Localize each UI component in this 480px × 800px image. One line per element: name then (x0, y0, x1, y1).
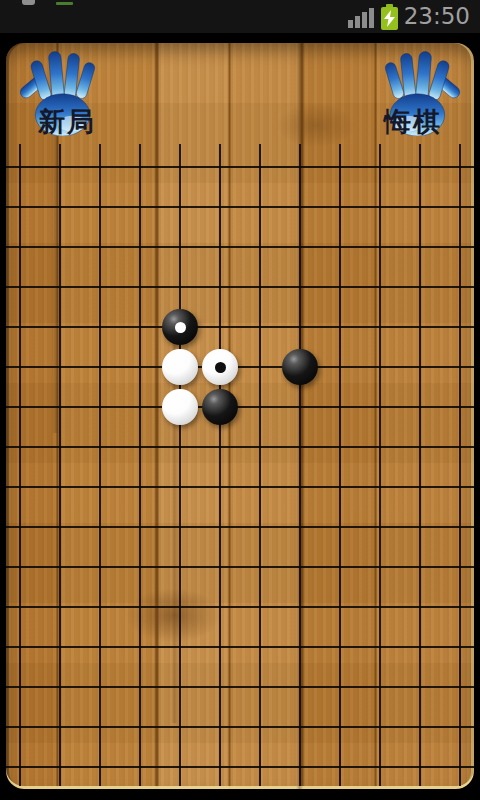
board-cell[interactable] (240, 747, 280, 787)
board-cell[interactable] (200, 627, 240, 667)
board-cell[interactable] (280, 507, 320, 547)
board-cell[interactable] (200, 267, 240, 307)
board-cell[interactable] (320, 267, 360, 307)
board-cell[interactable] (80, 547, 120, 587)
battery-body (381, 7, 398, 30)
board-cell[interactable] (200, 227, 240, 267)
board-cell[interactable] (400, 307, 440, 347)
board-cell[interactable] (280, 667, 320, 707)
board-cell[interactable] (320, 587, 360, 627)
board-cell[interactable] (160, 547, 200, 587)
board-cell[interactable] (160, 307, 200, 347)
board-cell[interactable] (440, 747, 474, 787)
board-cell[interactable] (280, 307, 320, 347)
signal-strength-icon (348, 7, 375, 28)
board-cell[interactable] (320, 307, 360, 347)
board-cell[interactable] (360, 627, 400, 667)
board-cell[interactable] (160, 427, 200, 467)
board-cell[interactable] (400, 267, 440, 307)
board-cell[interactable] (6, 587, 40, 627)
board-cell[interactable] (40, 707, 80, 747)
board-cell[interactable] (160, 507, 200, 547)
new-game-button[interactable]: 新局 (16, 48, 118, 136)
board-cell[interactable] (40, 347, 80, 387)
board-cell[interactable] (200, 547, 240, 587)
board-cell[interactable] (240, 587, 280, 627)
board-cell[interactable] (440, 387, 474, 427)
board-cell[interactable] (160, 227, 200, 267)
board-cell[interactable] (120, 547, 160, 587)
board-cell[interactable] (80, 307, 120, 347)
board-cell[interactable] (440, 347, 474, 387)
board-cell[interactable] (280, 387, 320, 427)
board-cell[interactable] (120, 307, 160, 347)
app-screen: 23:50 (0, 0, 480, 800)
board-cell[interactable] (160, 587, 200, 627)
board-cell[interactable] (120, 227, 160, 267)
board-cell[interactable] (320, 227, 360, 267)
board-cell[interactable] (6, 507, 40, 547)
board-cell[interactable] (280, 187, 320, 227)
wood-knot (276, 103, 356, 148)
board-cell[interactable] (80, 707, 120, 747)
board-cell[interactable] (160, 267, 200, 307)
board-cell[interactable] (160, 147, 200, 187)
board-cell[interactable] (120, 707, 160, 747)
board-cell[interactable] (320, 507, 360, 547)
board-cell[interactable] (440, 227, 474, 267)
board-cell[interactable] (200, 507, 240, 547)
board-cell[interactable] (80, 747, 120, 787)
board-cell[interactable] (200, 387, 240, 427)
board-grid (6, 147, 474, 787)
board-cell[interactable] (120, 467, 160, 507)
board-cell[interactable] (80, 467, 120, 507)
board-cell[interactable] (240, 267, 280, 307)
black-stone (282, 349, 318, 385)
board-cell[interactable] (240, 667, 280, 707)
board-cell[interactable] (120, 507, 160, 547)
board-cell[interactable] (6, 747, 40, 787)
board-cell[interactable] (6, 707, 40, 747)
board-cell[interactable] (240, 187, 280, 227)
board-cell[interactable] (360, 467, 400, 507)
board-cell[interactable] (400, 547, 440, 587)
board-cell[interactable] (320, 427, 360, 467)
board-cell[interactable] (120, 627, 160, 667)
board-cell[interactable] (6, 187, 40, 227)
board-cell[interactable] (80, 187, 120, 227)
board-cell[interactable] (240, 627, 280, 667)
board-cell[interactable] (6, 427, 40, 467)
board-cell[interactable] (280, 587, 320, 627)
board-cell[interactable] (360, 147, 400, 187)
board-cell[interactable] (120, 667, 160, 707)
board-cell[interactable] (200, 147, 240, 187)
board-cell[interactable] (400, 627, 440, 667)
board-cell[interactable] (200, 427, 240, 467)
black-stone (162, 309, 198, 345)
board-cell[interactable] (40, 627, 80, 667)
last-move-marker (175, 322, 186, 333)
board-cell[interactable] (240, 507, 280, 547)
board-cell[interactable] (440, 147, 474, 187)
board-cell[interactable] (360, 347, 400, 387)
board-cell[interactable] (440, 187, 474, 227)
board-cell[interactable] (400, 227, 440, 267)
board-cell[interactable] (320, 667, 360, 707)
board-cell[interactable] (6, 547, 40, 587)
board-cell[interactable] (400, 467, 440, 507)
board-cell[interactable] (400, 427, 440, 467)
board-cell[interactable] (80, 427, 120, 467)
black-stone (202, 389, 238, 425)
new-game-label: 新局 (16, 104, 118, 140)
board-cell[interactable] (40, 427, 80, 467)
board-cell[interactable] (360, 587, 400, 627)
status-bar: 23:50 (0, 0, 480, 33)
board-cell[interactable] (240, 387, 280, 427)
notification-icon-fragment-green (56, 2, 73, 5)
board-cell[interactable] (240, 547, 280, 587)
board-cell[interactable] (400, 387, 440, 427)
board-cell[interactable] (40, 467, 80, 507)
board-cell[interactable] (280, 147, 320, 187)
board-cell[interactable] (280, 427, 320, 467)
board-cell[interactable] (120, 187, 160, 227)
board-cell[interactable] (200, 707, 240, 747)
board-cell[interactable] (120, 347, 160, 387)
board-cell[interactable] (320, 627, 360, 667)
board-cell[interactable] (80, 627, 120, 667)
board-cell[interactable] (160, 747, 200, 787)
game-board[interactable]: 新局 (6, 43, 474, 789)
board-cell[interactable] (320, 147, 360, 187)
board-cell[interactable] (360, 387, 400, 427)
undo-button[interactable]: 悔棋 (362, 48, 464, 136)
board-cell[interactable] (40, 747, 80, 787)
board-cell[interactable] (80, 267, 120, 307)
board-cell[interactable] (400, 667, 440, 707)
white-stone (162, 389, 198, 425)
status-clock: 23:50 (404, 0, 470, 33)
board-cell[interactable] (40, 507, 80, 547)
board-cell[interactable] (440, 547, 474, 587)
board-cell[interactable] (400, 587, 440, 627)
board-cell[interactable] (360, 707, 400, 747)
white-stone (202, 349, 238, 385)
board-cell[interactable] (40, 387, 80, 427)
board-cell[interactable] (240, 467, 280, 507)
board-cell[interactable] (320, 547, 360, 587)
board-cell[interactable] (320, 707, 360, 747)
board-cell[interactable] (240, 707, 280, 747)
board-cell[interactable] (360, 547, 400, 587)
white-stone (162, 349, 198, 385)
board-cell[interactable] (40, 187, 80, 227)
board-cell[interactable] (160, 667, 200, 707)
board-cell[interactable] (160, 707, 200, 747)
board-cell[interactable] (440, 627, 474, 667)
board-cell[interactable] (6, 467, 40, 507)
board-cell[interactable] (6, 307, 40, 347)
board-cell[interactable] (120, 387, 160, 427)
board-cell[interactable] (240, 147, 280, 187)
board-cell[interactable] (200, 187, 240, 227)
board-cell[interactable] (440, 667, 474, 707)
board-cell[interactable] (240, 227, 280, 267)
board-cell[interactable] (40, 307, 80, 347)
board-cell[interactable] (280, 227, 320, 267)
last-move-marker (215, 362, 226, 373)
board-cell[interactable] (80, 147, 120, 187)
board-cell[interactable] (80, 507, 120, 547)
board-cell[interactable] (40, 227, 80, 267)
board-cell[interactable] (40, 147, 80, 187)
board-cell[interactable] (360, 267, 400, 307)
board-cell[interactable] (160, 627, 200, 667)
board-cell[interactable] (320, 187, 360, 227)
board-cell[interactable] (360, 667, 400, 707)
undo-label: 悔棋 (362, 104, 464, 140)
board-cell[interactable] (6, 627, 40, 667)
board-cell[interactable] (120, 147, 160, 187)
board-cell[interactable] (200, 467, 240, 507)
board-cell[interactable] (240, 307, 280, 347)
board-cell[interactable] (6, 667, 40, 707)
board-cell[interactable] (280, 267, 320, 307)
board-cell[interactable] (400, 147, 440, 187)
board-cell[interactable] (80, 227, 120, 267)
board-cell[interactable] (360, 427, 400, 467)
board-cell[interactable] (440, 267, 474, 307)
board-cell[interactable] (40, 547, 80, 587)
board-cell[interactable] (6, 347, 40, 387)
board-cell[interactable] (80, 587, 120, 627)
board-cell[interactable] (200, 587, 240, 627)
status-bar-right-cluster: 23:50 (348, 0, 470, 33)
board-cell[interactable] (280, 547, 320, 587)
board-cell[interactable] (80, 347, 120, 387)
board-cell[interactable] (440, 427, 474, 467)
board-cell[interactable] (320, 387, 360, 427)
battery-charging-icon (381, 4, 398, 30)
board-cell[interactable] (280, 467, 320, 507)
board-cell[interactable] (280, 707, 320, 747)
board-cell[interactable] (6, 267, 40, 307)
board-cell[interactable] (360, 227, 400, 267)
board-cell[interactable] (200, 747, 240, 787)
board-cell[interactable] (440, 707, 474, 747)
board-cell[interactable] (160, 187, 200, 227)
board-cell[interactable] (200, 667, 240, 707)
board-cell[interactable] (120, 587, 160, 627)
board-cell[interactable] (280, 627, 320, 667)
board-cell[interactable] (400, 507, 440, 547)
board-cell[interactable] (320, 467, 360, 507)
board-cell[interactable] (360, 747, 400, 787)
board-cell[interactable] (80, 667, 120, 707)
board-cell[interactable] (360, 507, 400, 547)
board-cell[interactable] (6, 227, 40, 267)
board-cell[interactable] (440, 307, 474, 347)
board-cell[interactable] (400, 747, 440, 787)
board-cell[interactable] (440, 507, 474, 547)
board-cell[interactable] (160, 347, 200, 387)
board-cell[interactable] (80, 387, 120, 427)
board-cell[interactable] (120, 267, 160, 307)
board-cell[interactable] (440, 467, 474, 507)
board-cell[interactable] (440, 587, 474, 627)
board-cell[interactable] (40, 267, 80, 307)
notification-icon-fragment (22, 0, 35, 5)
board-cell[interactable] (360, 307, 400, 347)
board-cell[interactable] (280, 347, 320, 387)
board-cell[interactable] (400, 187, 440, 227)
board-cell[interactable] (400, 347, 440, 387)
board-cell[interactable] (160, 467, 200, 507)
lightning-bolt-icon (384, 10, 395, 27)
board-cell[interactable] (280, 747, 320, 787)
board-cell[interactable] (360, 187, 400, 227)
board-cell[interactable] (320, 347, 360, 387)
board-cell[interactable] (160, 387, 200, 427)
board-cell[interactable] (6, 147, 40, 187)
board-cell[interactable] (240, 347, 280, 387)
board-cell[interactable] (40, 667, 80, 707)
board-cell[interactable] (6, 387, 40, 427)
board-cell[interactable] (240, 427, 280, 467)
board-cell[interactable] (200, 307, 240, 347)
board-cell[interactable] (320, 747, 360, 787)
board-cell[interactable] (40, 587, 80, 627)
board-cell[interactable] (200, 347, 240, 387)
board-cell[interactable] (120, 427, 160, 467)
board-cell[interactable] (400, 707, 440, 747)
board-cell[interactable] (120, 747, 160, 787)
